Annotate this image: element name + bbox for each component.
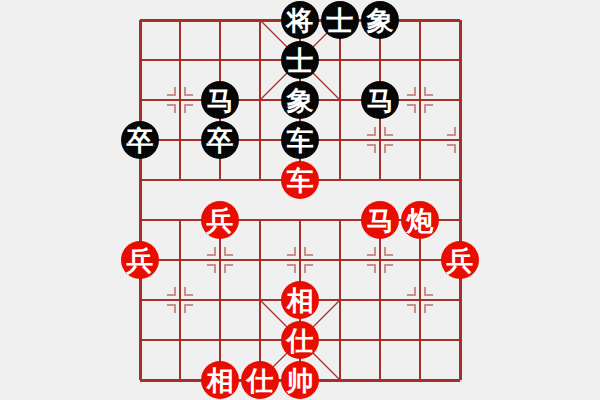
black-advisor[interactable]: 士 xyxy=(281,41,319,79)
red-soldier[interactable]: 兵 xyxy=(441,241,479,279)
red-cannon[interactable]: 炮 xyxy=(401,201,439,239)
red-elephant[interactable]: 相 xyxy=(201,361,239,399)
red-general[interactable]: 帅 xyxy=(281,361,319,399)
red-advisor[interactable]: 仕 xyxy=(241,361,279,399)
red-chariot[interactable]: 车 xyxy=(281,161,319,199)
pieces-layer: 将士象士马象马卒卒车车兵马炮兵兵相仕相仕帅 xyxy=(120,0,480,400)
black-chariot[interactable]: 车 xyxy=(281,121,319,159)
black-soldier[interactable]: 卒 xyxy=(121,121,159,159)
xiangqi-board: 将士象士马象马卒卒车车兵马炮兵兵相仕相仕帅 xyxy=(0,0,600,400)
red-horse[interactable]: 马 xyxy=(361,201,399,239)
black-elephant[interactable]: 象 xyxy=(361,1,399,39)
red-advisor[interactable]: 仕 xyxy=(281,321,319,359)
red-soldier[interactable]: 兵 xyxy=(121,241,159,279)
red-soldier[interactable]: 兵 xyxy=(201,201,239,239)
black-horse[interactable]: 马 xyxy=(361,81,399,119)
black-elephant[interactable]: 象 xyxy=(281,81,319,119)
black-horse[interactable]: 马 xyxy=(201,81,239,119)
black-advisor[interactable]: 士 xyxy=(321,1,359,39)
black-soldier[interactable]: 卒 xyxy=(201,121,239,159)
black-general[interactable]: 将 xyxy=(281,1,319,39)
red-elephant[interactable]: 相 xyxy=(281,281,319,319)
